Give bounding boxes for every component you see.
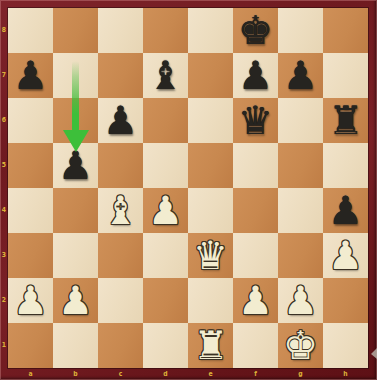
square-a4[interactable] [8, 188, 53, 233]
square-f2[interactable]: ♟ [233, 278, 278, 323]
square-e4[interactable] [188, 188, 233, 233]
square-d3[interactable] [143, 233, 188, 278]
square-f1[interactable] [233, 323, 278, 368]
piece-black-rook-h6[interactable]: ♜ [323, 98, 368, 143]
square-d1[interactable] [143, 323, 188, 368]
square-f6[interactable]: ♛ [233, 98, 278, 143]
square-f7[interactable]: ♟ [233, 53, 278, 98]
square-g6[interactable] [278, 98, 323, 143]
file-label-f: f [240, 370, 271, 378]
piece-white-queen-e3[interactable]: ♛ [188, 233, 233, 278]
square-f8[interactable]: ♚ [233, 8, 278, 53]
square-h4[interactable]: ♟ [323, 188, 368, 233]
file-label-b: b [60, 370, 91, 378]
piece-black-pawn-a7[interactable]: ♟ [8, 53, 53, 98]
square-e1[interactable]: ♜ [188, 323, 233, 368]
file-label-h: h [330, 370, 361, 378]
square-h8[interactable] [323, 8, 368, 53]
square-c5[interactable] [98, 143, 143, 188]
square-b3[interactable] [53, 233, 98, 278]
move-arrow-head-icon [63, 130, 89, 152]
square-a6[interactable] [8, 98, 53, 143]
square-e8[interactable] [188, 8, 233, 53]
file-label-d: d [150, 370, 181, 378]
chess-board: ♚♟♝♟♟♟♛♜♟♝♟♟♛♟♟♟♟♟♜♚ [8, 8, 368, 368]
square-h2[interactable] [323, 278, 368, 323]
rank-label-6: 6 [1, 105, 6, 136]
square-h1[interactable] [323, 323, 368, 368]
piece-white-bishop-c4[interactable]: ♝ [98, 188, 143, 233]
piece-white-pawn-d4[interactable]: ♟ [143, 188, 188, 233]
square-f5[interactable] [233, 143, 278, 188]
file-label-c: c [105, 370, 136, 378]
square-e2[interactable] [188, 278, 233, 323]
piece-black-king-f8[interactable]: ♚ [233, 8, 278, 53]
piece-white-pawn-a2[interactable]: ♟ [8, 278, 53, 323]
square-c7[interactable] [98, 53, 143, 98]
square-a3[interactable] [8, 233, 53, 278]
square-c6[interactable]: ♟ [98, 98, 143, 143]
file-label-g: g [285, 370, 316, 378]
rank-label-7: 7 [1, 60, 6, 91]
square-b1[interactable] [53, 323, 98, 368]
square-h6[interactable]: ♜ [323, 98, 368, 143]
square-d8[interactable] [143, 8, 188, 53]
piece-black-pawn-h4[interactable]: ♟ [323, 188, 368, 233]
square-b8[interactable] [53, 8, 98, 53]
square-g4[interactable] [278, 188, 323, 233]
square-f4[interactable] [233, 188, 278, 233]
piece-white-pawn-b2[interactable]: ♟ [53, 278, 98, 323]
piece-black-pawn-c6[interactable]: ♟ [98, 98, 143, 143]
square-d7[interactable]: ♝ [143, 53, 188, 98]
move-arrow-shaft [72, 61, 79, 132]
rank-label-5: 5 [1, 150, 6, 181]
square-g5[interactable] [278, 143, 323, 188]
square-f3[interactable] [233, 233, 278, 278]
cursor-artifact [371, 348, 377, 359]
square-c8[interactable] [98, 8, 143, 53]
square-b2[interactable]: ♟ [53, 278, 98, 323]
square-e7[interactable] [188, 53, 233, 98]
piece-black-bishop-d7[interactable]: ♝ [143, 53, 188, 98]
square-e6[interactable] [188, 98, 233, 143]
square-h7[interactable] [323, 53, 368, 98]
square-c4[interactable]: ♝ [98, 188, 143, 233]
square-a5[interactable] [8, 143, 53, 188]
square-a2[interactable]: ♟ [8, 278, 53, 323]
piece-black-pawn-f7[interactable]: ♟ [233, 53, 278, 98]
piece-white-pawn-g2[interactable]: ♟ [278, 278, 323, 323]
square-d6[interactable] [143, 98, 188, 143]
rank-label-8: 8 [1, 15, 6, 46]
rank-label-3: 3 [1, 240, 6, 271]
square-h3[interactable]: ♟ [323, 233, 368, 278]
square-g7[interactable]: ♟ [278, 53, 323, 98]
piece-black-pawn-g7[interactable]: ♟ [278, 53, 323, 98]
square-d4[interactable]: ♟ [143, 188, 188, 233]
square-d5[interactable] [143, 143, 188, 188]
square-a8[interactable] [8, 8, 53, 53]
piece-black-queen-f6[interactable]: ♛ [233, 98, 278, 143]
rank-label-4: 4 [1, 195, 6, 226]
square-h5[interactable] [323, 143, 368, 188]
square-d2[interactable] [143, 278, 188, 323]
piece-white-rook-e1[interactable]: ♜ [188, 323, 233, 368]
square-c1[interactable] [98, 323, 143, 368]
square-g1[interactable]: ♚ [278, 323, 323, 368]
file-label-e: e [195, 370, 226, 378]
rank-label-1: 1 [1, 330, 6, 361]
file-label-a: a [15, 370, 46, 378]
square-c3[interactable] [98, 233, 143, 278]
square-g3[interactable] [278, 233, 323, 278]
rank-label-2: 2 [1, 285, 6, 316]
square-a7[interactable]: ♟ [8, 53, 53, 98]
square-a1[interactable] [8, 323, 53, 368]
square-e3[interactable]: ♛ [188, 233, 233, 278]
square-g2[interactable]: ♟ [278, 278, 323, 323]
square-c2[interactable] [98, 278, 143, 323]
square-b4[interactable] [53, 188, 98, 233]
piece-white-pawn-h3[interactable]: ♟ [323, 233, 368, 278]
chess-board-window: ♚♟♝♟♟♟♛♜♟♝♟♟♛♟♟♟♟♟♜♚ 87654321 abcdefgh [0, 0, 377, 380]
piece-white-pawn-f2[interactable]: ♟ [233, 278, 278, 323]
piece-white-king-g1[interactable]: ♚ [278, 323, 323, 368]
square-g8[interactable] [278, 8, 323, 53]
square-e5[interactable] [188, 143, 233, 188]
